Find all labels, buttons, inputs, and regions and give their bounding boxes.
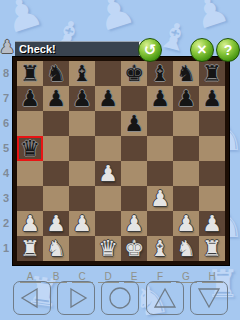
square-f5[interactable] [147,136,173,161]
square-b1[interactable]: ♞ [43,236,69,261]
select-button[interactable] [101,281,139,315]
square-d2[interactable] [95,211,121,236]
square-g8[interactable]: ♞ [173,61,199,86]
square-b5[interactable] [43,136,69,161]
rank-label: 3 [0,186,12,211]
white-pawn-b2: ♟ [43,211,69,236]
square-g1[interactable]: ♞ [173,236,199,261]
square-e5[interactable] [121,136,147,161]
triangle-left-icon [14,282,50,314]
square-c2[interactable]: ♟ [69,211,95,236]
square-f6[interactable] [147,111,173,136]
square-c1[interactable] [69,236,95,261]
square-a5[interactable]: ♛ [17,136,43,161]
white-pawn-e2: ♟ [121,211,147,236]
square-e4[interactable] [121,161,147,186]
circle-icon [102,282,138,314]
black-rook-a8: ♜ [17,61,43,86]
square-h8[interactable]: ♜ [199,61,225,86]
square-f1[interactable]: ♝ [147,236,173,261]
white-pawn-d4: ♟ [95,161,121,186]
triangle-right-icon [58,282,94,314]
square-h4[interactable] [199,161,225,186]
close-button[interactable]: × [190,38,214,62]
square-d4[interactable]: ♟ [95,161,121,186]
rank-labels: 8 7 6 5 4 3 2 1 [0,61,12,261]
square-g2[interactable]: ♟ [173,211,199,236]
next-move-button[interactable] [57,281,95,315]
square-c4[interactable] [69,161,95,186]
square-g6[interactable] [173,111,199,136]
board-grid: ♜♞♝♚♝♞♜♟♟♟♟♟♟♟♟♛♟♟♟♟♟♟♟♟♜♞♛♚♝♞♜ [17,61,225,261]
square-c6[interactable] [69,111,95,136]
decorative-chess-silhouette: ♟ [89,0,140,42]
square-h5[interactable] [199,136,225,161]
square-g4[interactable] [173,161,199,186]
black-knight-b8: ♞ [43,61,69,86]
white-pawn-g2: ♟ [173,211,199,236]
square-c7[interactable]: ♟ [69,86,95,111]
black-pawn-g7: ♟ [173,86,199,111]
white-pawn-icon: ♟ [0,38,15,56]
square-h7[interactable]: ♟ [199,86,225,111]
status-message: Check! [15,42,139,57]
white-bishop-f1: ♝ [147,236,173,261]
black-bishop-f8: ♝ [147,61,173,86]
square-d7[interactable]: ♟ [95,86,121,111]
square-e2[interactable]: ♟ [121,211,147,236]
decorative-chess-silhouette: ♟ [188,0,234,38]
square-c5[interactable] [69,136,95,161]
close-icon: × [191,39,213,60]
prev-move-button[interactable] [13,281,51,315]
black-pawn-h7: ♟ [199,86,225,111]
black-bishop-c8: ♝ [69,61,95,86]
white-king-e1: ♚ [121,236,147,261]
square-h3[interactable] [199,186,225,211]
square-b7[interactable]: ♟ [43,86,69,111]
rank-label: 4 [0,161,12,186]
help-button[interactable]: ? [216,38,240,62]
black-rook-h8: ♜ [199,61,225,86]
square-a3[interactable] [17,186,43,211]
square-f3[interactable]: ♟ [147,186,173,211]
rank-label: 7 [0,86,12,111]
white-pawn-a2: ♟ [17,211,43,236]
square-b4[interactable] [43,161,69,186]
square-a4[interactable] [17,161,43,186]
square-f2[interactable] [147,211,173,236]
black-pawn-c7: ♟ [69,86,95,111]
undo-button[interactable]: ↺ [138,38,162,62]
down-button[interactable] [190,281,228,315]
white-pawn-c2: ♟ [69,211,95,236]
status-bar: Check! [15,41,141,58]
white-rook-a1: ♜ [17,236,43,261]
undo-icon: ↺ [139,39,161,61]
black-king-e8: ♚ [121,61,147,86]
white-pawn-f3: ♟ [147,186,173,211]
black-pawn-b7: ♟ [43,86,69,111]
triangle-up-icon [147,282,183,314]
square-d3[interactable] [95,186,121,211]
triangle-down-icon [191,282,227,314]
square-c8[interactable]: ♝ [69,61,95,86]
square-e8[interactable]: ♚ [121,61,147,86]
square-h2[interactable]: ♟ [199,211,225,236]
square-e6[interactable]: ♟ [121,111,147,136]
square-c3[interactable] [69,186,95,211]
square-d6[interactable] [95,111,121,136]
square-d1[interactable]: ♛ [95,236,121,261]
square-h6[interactable] [199,111,225,136]
square-a2[interactable]: ♟ [17,211,43,236]
square-a8[interactable]: ♜ [17,61,43,86]
square-a7[interactable]: ♟ [17,86,43,111]
up-button[interactable] [146,281,184,315]
square-b2[interactable]: ♟ [43,211,69,236]
rank-label: 8 [0,61,12,86]
square-g5[interactable] [173,136,199,161]
rank-label: 6 [0,111,12,136]
rank-label: 1 [0,236,12,261]
help-icon: ? [217,39,239,61]
white-pawn-h2: ♟ [199,211,225,236]
black-pawn-e6: ♟ [121,111,147,136]
white-knight-g1: ♞ [173,236,199,261]
black-pawn-f7: ♟ [147,86,173,111]
square-f8[interactable]: ♝ [147,61,173,86]
square-b8[interactable]: ♞ [43,61,69,86]
black-pawn-a7: ♟ [17,86,43,111]
white-knight-b1: ♞ [43,236,69,261]
square-h1[interactable]: ♜ [199,236,225,261]
square-e7[interactable] [121,86,147,111]
square-d8[interactable] [95,61,121,86]
white-queen-d1: ♛ [95,236,121,261]
rank-label: 5 [0,136,12,161]
square-a6[interactable] [17,111,43,136]
rank-label: 2 [0,211,12,236]
app-screen: ♟♟♟♝♝♞♞♜♞♜ ♟ Check! ↺ × ? ♜♞♝♚♝♞♜♟♟♟♟♟♟♟… [0,0,240,320]
square-g3[interactable] [173,186,199,211]
square-b6[interactable] [43,111,69,136]
square-e1[interactable]: ♚ [121,236,147,261]
square-b3[interactable] [43,186,69,211]
square-d5[interactable] [95,136,121,161]
square-a1[interactable]: ♜ [17,236,43,261]
white-rook-h1: ♜ [199,236,225,261]
square-e3[interactable] [121,186,147,211]
chess-board: ♜♞♝♚♝♞♜♟♟♟♟♟♟♟♟♛♟♟♟♟♟♟♟♟♜♞♛♚♝♞♜ [13,57,229,265]
black-pawn-d7: ♟ [95,86,121,111]
black-knight-g8: ♞ [173,61,199,86]
square-f7[interactable]: ♟ [147,86,173,111]
square-g7[interactable]: ♟ [173,86,199,111]
black-queen-a5: ♛ [17,136,43,161]
square-f4[interactable] [147,161,173,186]
